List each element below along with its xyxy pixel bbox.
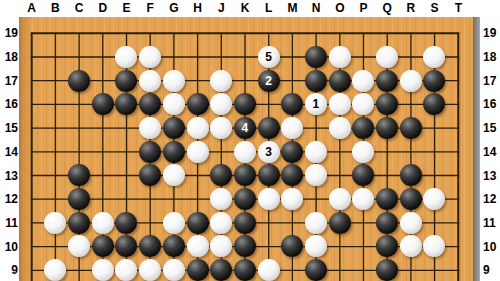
intersection-G11[interactable]	[162, 211, 186, 235]
intersection-N14[interactable]	[304, 140, 328, 164]
black-stone-D10	[92, 235, 114, 257]
white-stone-E18	[115, 46, 137, 68]
intersection-A9[interactable]	[20, 258, 44, 281]
intersection-O13[interactable]	[328, 164, 352, 188]
black-stone-E16	[115, 93, 137, 115]
intersection-A14[interactable]	[20, 140, 44, 164]
intersection-T11[interactable]	[446, 211, 470, 235]
intersection-G15[interactable]	[162, 116, 186, 140]
intersection-B9[interactable]	[44, 258, 68, 281]
intersection-R19[interactable]	[399, 21, 423, 45]
intersection-A19[interactable]	[20, 21, 44, 45]
intersection-N9[interactable]	[304, 258, 328, 281]
intersection-Q13[interactable]	[375, 164, 399, 188]
black-stone-Q15	[376, 117, 398, 139]
intersection-B11[interactable]	[44, 211, 68, 235]
intersection-M10[interactable]	[280, 235, 304, 259]
white-stone-H15	[187, 117, 209, 139]
black-stone-K15: 4	[234, 117, 256, 139]
intersection-O16[interactable]	[328, 93, 352, 117]
intersection-O11[interactable]	[328, 211, 352, 235]
intersection-D19[interactable]	[91, 21, 115, 45]
intersection-B18[interactable]	[44, 45, 68, 69]
intersection-R16[interactable]	[399, 93, 423, 117]
intersection-C19[interactable]	[67, 21, 91, 45]
black-stone-E10	[115, 235, 137, 257]
intersection-A15[interactable]	[20, 116, 44, 140]
intersection-M19[interactable]	[280, 21, 304, 45]
intersection-E15[interactable]	[115, 116, 139, 140]
black-stone-S16	[423, 93, 445, 115]
intersection-S16[interactable]	[423, 93, 447, 117]
intersection-K12[interactable]	[233, 187, 257, 211]
black-stone-P15	[352, 117, 374, 139]
intersection-T17[interactable]	[446, 69, 470, 93]
white-stone-L9	[258, 259, 280, 281]
white-stone-G17	[163, 70, 185, 92]
intersection-B17[interactable]	[44, 69, 68, 93]
intersection-O14[interactable]	[328, 140, 352, 164]
white-stone-J16	[210, 93, 232, 115]
black-stone-H16	[187, 93, 209, 115]
intersection-Q15[interactable]	[375, 116, 399, 140]
black-stone-Q11	[376, 212, 398, 234]
white-stone-N13	[305, 164, 327, 186]
white-stone-H14	[187, 141, 209, 163]
black-stone-J9	[210, 259, 232, 281]
black-stone-F16	[139, 93, 161, 115]
intersection-N15[interactable]	[304, 116, 328, 140]
intersection-O17[interactable]	[328, 69, 352, 93]
black-stone-K13	[234, 164, 256, 186]
intersection-F17[interactable]	[138, 69, 162, 93]
intersection-F19[interactable]	[138, 21, 162, 45]
white-stone-R11	[400, 212, 422, 234]
intersection-C12[interactable]	[67, 187, 91, 211]
intersection-P13[interactable]	[351, 164, 375, 188]
black-stone-C13	[68, 164, 90, 186]
intersection-A17[interactable]	[20, 69, 44, 93]
intersection-S14[interactable]	[423, 140, 447, 164]
intersection-D18[interactable]	[91, 45, 115, 69]
white-stone-J10	[210, 235, 232, 257]
move-number-2: 2	[265, 75, 272, 87]
intersection-S17[interactable]	[423, 69, 447, 93]
white-stone-F17	[139, 70, 161, 92]
black-stone-Q9	[376, 259, 398, 281]
intersection-G18[interactable]	[162, 45, 186, 69]
intersection-L19[interactable]	[257, 21, 281, 45]
black-stone-C11	[68, 212, 90, 234]
intersection-B12[interactable]	[44, 187, 68, 211]
black-stone-O17	[329, 70, 351, 92]
black-stone-K12	[234, 188, 256, 210]
intersection-G14[interactable]	[162, 140, 186, 164]
white-stone-J12	[210, 188, 232, 210]
black-stone-O11	[329, 212, 351, 234]
intersection-B13[interactable]	[44, 164, 68, 188]
intersection-J14[interactable]	[209, 140, 233, 164]
intersection-B16[interactable]	[44, 93, 68, 117]
intersection-L18[interactable]: 5	[257, 45, 281, 69]
intersection-N10[interactable]	[304, 235, 328, 259]
intersection-C18[interactable]	[67, 45, 91, 69]
intersection-E12[interactable]	[115, 187, 139, 211]
black-stone-Q17	[376, 70, 398, 92]
intersection-T16[interactable]	[446, 93, 470, 117]
intersection-B19[interactable]	[44, 21, 68, 45]
intersection-F14[interactable]	[138, 140, 162, 164]
intersection-K11[interactable]	[233, 211, 257, 235]
intersection-S13[interactable]	[423, 164, 447, 188]
intersection-S12[interactable]	[423, 187, 447, 211]
intersection-E13[interactable]	[115, 164, 139, 188]
white-stone-M15	[281, 117, 303, 139]
intersection-G13[interactable]	[162, 164, 186, 188]
intersection-J11[interactable]	[209, 211, 233, 235]
intersection-D17[interactable]	[91, 69, 115, 93]
intersection-S19[interactable]	[423, 21, 447, 45]
white-stone-K14	[234, 141, 256, 163]
intersection-S15[interactable]	[423, 116, 447, 140]
white-stone-G11	[163, 212, 185, 234]
white-stone-O15	[329, 117, 351, 139]
white-stone-F15	[139, 117, 161, 139]
intersection-O10[interactable]	[328, 235, 352, 259]
intersection-P19[interactable]	[351, 21, 375, 45]
intersection-B14[interactable]	[44, 140, 68, 164]
intersection-H14[interactable]	[186, 140, 210, 164]
black-stone-M13	[281, 164, 303, 186]
intersection-Q9[interactable]	[375, 258, 399, 281]
black-stone-N18	[305, 46, 327, 68]
intersection-R18[interactable]	[399, 45, 423, 69]
intersection-R10[interactable]	[399, 235, 423, 259]
intersection-A16[interactable]	[20, 93, 44, 117]
white-stone-L18: 5	[258, 46, 280, 68]
intersection-R12[interactable]	[399, 187, 423, 211]
white-stone-D9	[92, 259, 114, 281]
intersection-L15[interactable]	[257, 116, 281, 140]
intersection-D13[interactable]	[91, 164, 115, 188]
black-stone-H9	[187, 259, 209, 281]
intersection-H13[interactable]	[186, 164, 210, 188]
black-stone-K11	[234, 212, 256, 234]
intersection-D11[interactable]	[91, 211, 115, 235]
intersection-N18[interactable]	[304, 45, 328, 69]
intersection-M16[interactable]	[280, 93, 304, 117]
white-stone-N16: 1	[305, 93, 327, 115]
intersection-A13[interactable]	[20, 164, 44, 188]
intersection-P11[interactable]	[351, 211, 375, 235]
intersection-E17[interactable]	[115, 69, 139, 93]
intersection-Q11[interactable]	[375, 211, 399, 235]
white-stone-D11	[92, 212, 114, 234]
intersection-L14[interactable]: 3	[257, 140, 281, 164]
intersection-K18[interactable]	[233, 45, 257, 69]
go-board-screenshot: 52143 ABCDEFGHJKLMNOPQRST191918181717161…	[0, 0, 500, 281]
intersection-K10[interactable]	[233, 235, 257, 259]
intersection-D12[interactable]	[91, 187, 115, 211]
intersection-L10[interactable]	[257, 235, 281, 259]
intersection-N17[interactable]	[304, 69, 328, 93]
intersection-L12[interactable]	[257, 187, 281, 211]
intersection-J16[interactable]	[209, 93, 233, 117]
white-stone-O18	[329, 46, 351, 68]
black-stone-G10	[163, 235, 185, 257]
white-stone-G9	[163, 259, 185, 281]
intersection-S11[interactable]	[423, 211, 447, 235]
intersection-K9[interactable]	[233, 258, 257, 281]
white-stone-P14	[352, 141, 374, 163]
intersection-Q12[interactable]	[375, 187, 399, 211]
intersection-C17[interactable]	[67, 69, 91, 93]
intersection-J17[interactable]	[209, 69, 233, 93]
black-stone-M10	[281, 235, 303, 257]
intersection-C16[interactable]	[67, 93, 91, 117]
intersection-T14[interactable]	[446, 140, 470, 164]
intersection-M13[interactable]	[280, 164, 304, 188]
intersection-S9[interactable]	[423, 258, 447, 281]
intersection-K19[interactable]	[233, 21, 257, 45]
intersection-H17[interactable]	[186, 69, 210, 93]
intersection-T18[interactable]	[446, 45, 470, 69]
black-stone-L15	[258, 117, 280, 139]
intersection-T15[interactable]	[446, 116, 470, 140]
black-stone-G14	[163, 141, 185, 163]
intersection-K16[interactable]	[233, 93, 257, 117]
black-stone-G15	[163, 117, 185, 139]
black-stone-R12	[400, 188, 422, 210]
black-stone-Q10	[376, 235, 398, 257]
intersection-H11[interactable]	[186, 211, 210, 235]
white-stone-J15	[210, 117, 232, 139]
intersection-L17[interactable]: 2	[257, 69, 281, 93]
intersection-D16[interactable]	[91, 93, 115, 117]
white-stone-N10	[305, 235, 327, 257]
intersection-J12[interactable]	[209, 187, 233, 211]
intersection-R15[interactable]	[399, 116, 423, 140]
intersection-O12[interactable]	[328, 187, 352, 211]
stones-grid: 52143	[20, 21, 470, 281]
white-stone-G16	[163, 93, 185, 115]
intersection-E9[interactable]	[115, 258, 139, 281]
intersection-C15[interactable]	[67, 116, 91, 140]
intersection-R9[interactable]	[399, 258, 423, 281]
black-stone-M16	[281, 93, 303, 115]
black-stone-P13	[352, 164, 374, 186]
intersection-G12[interactable]	[162, 187, 186, 211]
intersection-K17[interactable]	[233, 69, 257, 93]
intersection-F18[interactable]	[138, 45, 162, 69]
black-stone-F10	[139, 235, 161, 257]
intersection-Q10[interactable]	[375, 235, 399, 259]
intersection-R14[interactable]	[399, 140, 423, 164]
white-stone-N11	[305, 212, 327, 234]
intersection-A11[interactable]	[20, 211, 44, 235]
black-stone-Q16	[376, 93, 398, 115]
white-stone-H10	[187, 235, 209, 257]
intersection-A10[interactable]	[20, 235, 44, 259]
intersection-M9[interactable]	[280, 258, 304, 281]
intersection-P15[interactable]	[351, 116, 375, 140]
white-stone-N14	[305, 141, 327, 163]
intersection-H18[interactable]	[186, 45, 210, 69]
black-stone-Q12	[376, 188, 398, 210]
intersection-R13[interactable]	[399, 164, 423, 188]
white-stone-L12	[258, 188, 280, 210]
black-stone-K10	[234, 235, 256, 257]
intersection-T13[interactable]	[446, 164, 470, 188]
intersection-M18[interactable]	[280, 45, 304, 69]
intersection-J19[interactable]	[209, 21, 233, 45]
intersection-S18[interactable]	[423, 45, 447, 69]
intersection-A12[interactable]	[20, 187, 44, 211]
intersection-N16[interactable]: 1	[304, 93, 328, 117]
intersection-F9[interactable]	[138, 258, 162, 281]
white-stone-Q18	[376, 46, 398, 68]
intersection-R11[interactable]	[399, 211, 423, 235]
white-stone-J11	[210, 212, 232, 234]
intersection-O15[interactable]	[328, 116, 352, 140]
intersection-N13[interactable]	[304, 164, 328, 188]
intersection-P12[interactable]	[351, 187, 375, 211]
intersection-D15[interactable]	[91, 116, 115, 140]
intersection-C14[interactable]	[67, 140, 91, 164]
intersection-H19[interactable]	[186, 21, 210, 45]
intersection-D10[interactable]	[91, 235, 115, 259]
intersection-Q18[interactable]	[375, 45, 399, 69]
intersection-P14[interactable]	[351, 140, 375, 164]
intersection-F10[interactable]	[138, 235, 162, 259]
intersection-H12[interactable]	[186, 187, 210, 211]
intersection-O18[interactable]	[328, 45, 352, 69]
intersection-Q14[interactable]	[375, 140, 399, 164]
black-stone-K16	[234, 93, 256, 115]
white-stone-F18	[139, 46, 161, 68]
intersection-G16[interactable]	[162, 93, 186, 117]
intersection-P17[interactable]	[351, 69, 375, 93]
intersection-P9[interactable]	[351, 258, 375, 281]
intersection-H9[interactable]	[186, 258, 210, 281]
intersection-L11[interactable]	[257, 211, 281, 235]
black-stone-M14	[281, 141, 303, 163]
white-stone-P17	[352, 70, 374, 92]
intersection-J15[interactable]	[209, 116, 233, 140]
intersection-C11[interactable]	[67, 211, 91, 235]
intersection-M11[interactable]	[280, 211, 304, 235]
intersection-E19[interactable]	[115, 21, 139, 45]
intersection-F16[interactable]	[138, 93, 162, 117]
black-stone-E11	[115, 212, 137, 234]
intersection-O19[interactable]	[328, 21, 352, 45]
intersection-O9[interactable]	[328, 258, 352, 281]
intersection-P18[interactable]	[351, 45, 375, 69]
intersection-T19[interactable]	[446, 21, 470, 45]
intersection-P16[interactable]	[351, 93, 375, 117]
intersection-E16[interactable]	[115, 93, 139, 117]
white-stone-M12	[281, 188, 303, 210]
intersection-C9[interactable]	[67, 258, 91, 281]
intersection-A18[interactable]	[20, 45, 44, 69]
intersection-F11[interactable]	[138, 211, 162, 235]
intersection-K15[interactable]: 4	[233, 116, 257, 140]
intersection-Q16[interactable]	[375, 93, 399, 117]
intersection-C13[interactable]	[67, 164, 91, 188]
white-stone-B11	[44, 212, 66, 234]
intersection-N19[interactable]	[304, 21, 328, 45]
intersection-K14[interactable]	[233, 140, 257, 164]
intersection-F12[interactable]	[138, 187, 162, 211]
intersection-L16[interactable]	[257, 93, 281, 117]
intersection-P10[interactable]	[351, 235, 375, 259]
intersection-J10[interactable]	[209, 235, 233, 259]
intersection-C10[interactable]	[67, 235, 91, 259]
intersection-E14[interactable]	[115, 140, 139, 164]
black-stone-C17	[68, 70, 90, 92]
intersection-F13[interactable]	[138, 164, 162, 188]
intersection-J18[interactable]	[209, 45, 233, 69]
intersection-L9[interactable]	[257, 258, 281, 281]
intersection-H16[interactable]	[186, 93, 210, 117]
intersection-B10[interactable]	[44, 235, 68, 259]
intersection-E18[interactable]	[115, 45, 139, 69]
intersection-R17[interactable]	[399, 69, 423, 93]
intersection-J13[interactable]	[209, 164, 233, 188]
intersection-D9[interactable]	[91, 258, 115, 281]
intersection-E11[interactable]	[115, 211, 139, 235]
white-stone-R10	[400, 235, 422, 257]
intersection-K13[interactable]	[233, 164, 257, 188]
intersection-T12[interactable]	[446, 187, 470, 211]
intersection-G9[interactable]	[162, 258, 186, 281]
black-stone-L17: 2	[258, 70, 280, 92]
intersection-M15[interactable]	[280, 116, 304, 140]
white-stone-G13	[163, 164, 185, 186]
intersection-J9[interactable]	[209, 258, 233, 281]
intersection-T10[interactable]	[446, 235, 470, 259]
intersection-Q19[interactable]	[375, 21, 399, 45]
intersection-N11[interactable]	[304, 211, 328, 235]
move-number-1: 1	[313, 98, 320, 110]
black-stone-R15	[400, 117, 422, 139]
black-stone-R13	[400, 164, 422, 186]
intersection-T9[interactable]	[446, 258, 470, 281]
intersection-M17[interactable]	[280, 69, 304, 93]
intersection-D14[interactable]	[91, 140, 115, 164]
white-stone-J17	[210, 70, 232, 92]
intersection-H15[interactable]	[186, 116, 210, 140]
black-stone-S17	[423, 70, 445, 92]
intersection-S10[interactable]	[423, 235, 447, 259]
intersection-L13[interactable]	[257, 164, 281, 188]
white-stone-R17	[400, 70, 422, 92]
intersection-Q17[interactable]	[375, 69, 399, 93]
intersection-F15[interactable]	[138, 116, 162, 140]
white-stone-S10	[423, 235, 445, 257]
intersection-G19[interactable]	[162, 21, 186, 45]
intersection-G10[interactable]	[162, 235, 186, 259]
intersection-B15[interactable]	[44, 116, 68, 140]
intersection-H10[interactable]	[186, 235, 210, 259]
black-stone-C12	[68, 188, 90, 210]
intersection-G17[interactable]	[162, 69, 186, 93]
intersection-E10[interactable]	[115, 235, 139, 259]
intersection-M12[interactable]	[280, 187, 304, 211]
intersection-N12[interactable]	[304, 187, 328, 211]
white-stone-P12	[352, 188, 374, 210]
intersection-M14[interactable]	[280, 140, 304, 164]
